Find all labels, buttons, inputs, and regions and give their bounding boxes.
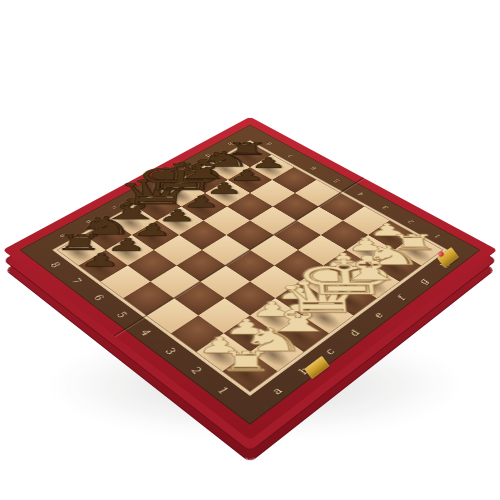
red-pin-icon <box>437 251 444 258</box>
product-photo-stage: 8877665544332211aabbccddeeffgghh ♜♞♝♛♚♝♞… <box>0 0 500 500</box>
chessboard: 8877665544332211aabbccddeeffgghh ♜♞♝♛♚♝♞… <box>3 117 498 441</box>
chessboard-scene: 8877665544332211aabbccddeeffgghh ♜♞♝♛♚♝♞… <box>0 0 500 500</box>
